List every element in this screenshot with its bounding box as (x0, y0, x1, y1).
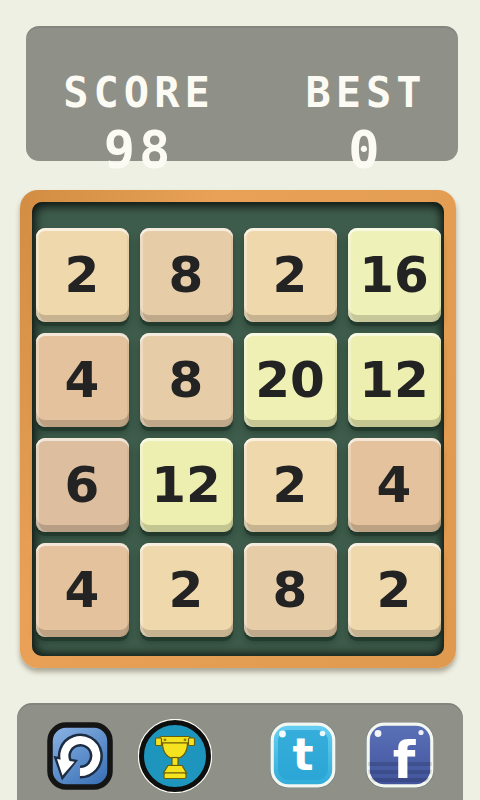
tile-r1c1: 2 (36, 228, 129, 322)
svg-text:t: t (292, 729, 313, 780)
scoreboard: SCORE 98 BEST 0 (26, 26, 458, 161)
tile-r2c3: 20 (244, 333, 337, 427)
best-box: BEST 0 (296, 72, 436, 176)
trophy-icon (138, 719, 212, 793)
tile-r4c3: 8 (244, 543, 337, 637)
game-board[interactable]: 28216482012612244282 (20, 190, 456, 668)
tile-r4c2: 2 (140, 543, 233, 637)
tile-r2c1: 4 (36, 333, 129, 427)
facebook-icon: f (366, 722, 434, 788)
board-surface: 28216482012612244282 (32, 202, 444, 656)
twitter-icon: t (270, 722, 336, 788)
svg-text:f: f (393, 730, 417, 788)
tile-r1c3: 2 (244, 228, 337, 322)
score-label: SCORE (54, 72, 224, 114)
tile-r3c2: 12 (140, 438, 233, 532)
score-value: 98 (54, 124, 224, 176)
best-value: 0 (296, 124, 436, 176)
tile-r4c1: 4 (36, 543, 129, 637)
tile-r2c2: 8 (140, 333, 233, 427)
game-screen: SCORE 98 BEST 0 28216482012612244282 (0, 0, 480, 800)
tile-grid: 28216482012612244282 (35, 228, 441, 637)
tile-r3c1: 6 (36, 438, 129, 532)
tile-r3c3: 2 (244, 438, 337, 532)
facebook-share-button[interactable]: f (366, 722, 434, 788)
leaderboard-button[interactable] (138, 719, 212, 793)
undo-icon (47, 722, 113, 790)
bottom-toolbar: t f (17, 703, 463, 800)
twitter-share-button[interactable]: t (270, 722, 336, 788)
tile-r2c4: 12 (348, 333, 441, 427)
best-label: BEST (296, 72, 436, 114)
tile-r1c4: 16 (348, 228, 441, 322)
tile-r3c4: 4 (348, 438, 441, 532)
tile-r4c4: 2 (348, 543, 441, 637)
undo-button[interactable] (47, 722, 113, 790)
tile-r1c2: 8 (140, 228, 233, 322)
score-box: SCORE 98 (54, 72, 224, 176)
